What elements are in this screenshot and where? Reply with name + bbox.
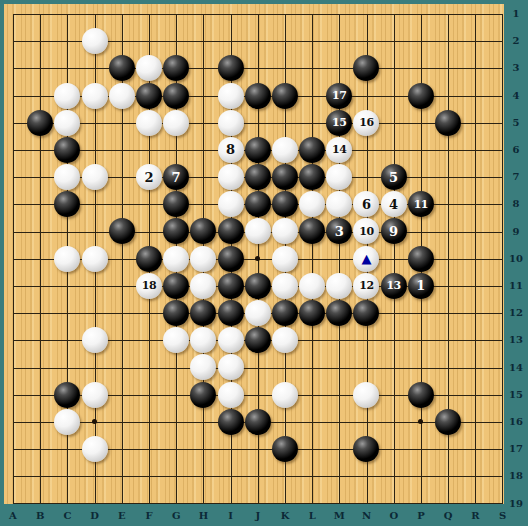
white-stone[interactable] — [163, 110, 189, 136]
black-stone[interactable]: 13 — [381, 273, 407, 299]
move-number-label: 8 — [226, 143, 235, 156]
black-stone[interactable] — [54, 382, 80, 408]
white-stone[interactable]: 16 — [353, 110, 379, 136]
move-number-label: 4 — [389, 198, 398, 211]
black-stone[interactable] — [163, 191, 189, 217]
white-stone[interactable]: 14 — [326, 137, 352, 163]
move-number-label: 11 — [414, 199, 428, 210]
black-stone[interactable] — [353, 300, 379, 326]
move-number-label: 17 — [332, 90, 346, 101]
black-stone[interactable]: 9 — [381, 218, 407, 244]
white-stone[interactable] — [245, 218, 271, 244]
black-stone[interactable] — [136, 83, 162, 109]
triangle-marker: ▲ — [361, 252, 371, 265]
black-stone[interactable] — [272, 300, 298, 326]
black-stone[interactable] — [435, 409, 461, 435]
black-stone[interactable] — [218, 273, 244, 299]
white-stone[interactable] — [218, 354, 244, 380]
white-stone[interactable]: 18 — [136, 273, 162, 299]
black-stone[interactable] — [163, 83, 189, 109]
black-stone[interactable] — [190, 218, 216, 244]
white-stone[interactable] — [218, 110, 244, 136]
black-stone[interactable] — [245, 409, 271, 435]
white-stone[interactable] — [54, 110, 80, 136]
black-stone[interactable] — [299, 137, 325, 163]
star-point — [418, 419, 423, 424]
white-stone[interactable] — [54, 246, 80, 272]
white-stone[interactable]: 12 — [353, 273, 379, 299]
move-number-label: 2 — [144, 171, 153, 184]
black-stone[interactable] — [353, 55, 379, 81]
move-number-label: 13 — [386, 280, 400, 291]
white-stone[interactable] — [218, 327, 244, 353]
white-stone[interactable]: 8 — [218, 137, 244, 163]
white-stone[interactable] — [136, 110, 162, 136]
move-number-label: 16 — [359, 117, 373, 128]
black-stone[interactable] — [435, 110, 461, 136]
black-stone[interactable] — [163, 218, 189, 244]
move-number-label: 18 — [142, 280, 156, 291]
white-stone[interactable] — [245, 300, 271, 326]
black-stone[interactable] — [245, 273, 271, 299]
black-stone[interactable] — [190, 382, 216, 408]
white-stone[interactable] — [163, 246, 189, 272]
black-stone[interactable] — [54, 137, 80, 163]
black-stone[interactable]: 17 — [326, 83, 352, 109]
white-stone[interactable] — [54, 83, 80, 109]
black-stone[interactable] — [299, 218, 325, 244]
black-stone[interactable] — [54, 191, 80, 217]
black-stone[interactable]: 3 — [326, 218, 352, 244]
black-stone[interactable] — [408, 246, 434, 272]
white-stone[interactable] — [272, 137, 298, 163]
white-stone[interactable] — [272, 246, 298, 272]
board-grid: 17151681427564113109▲1812131 — [0, 0, 516, 517]
white-stone[interactable] — [218, 191, 244, 217]
move-number-label: 6 — [362, 198, 371, 211]
move-number-label: 14 — [332, 144, 346, 155]
move-number-label: 5 — [389, 171, 398, 184]
move-number-label: 12 — [359, 280, 373, 291]
move-number-label: 1 — [416, 279, 425, 292]
black-stone[interactable] — [218, 218, 244, 244]
white-stone[interactable]: ▲ — [353, 246, 379, 272]
black-stone[interactable] — [109, 55, 135, 81]
move-number-label: 7 — [172, 171, 181, 184]
white-stone[interactable]: 10 — [353, 218, 379, 244]
move-number-label: 10 — [359, 226, 373, 237]
black-stone[interactable] — [163, 55, 189, 81]
black-stone[interactable] — [326, 300, 352, 326]
white-stone[interactable] — [326, 164, 352, 190]
white-stone[interactable] — [190, 354, 216, 380]
white-stone[interactable] — [54, 409, 80, 435]
star-point — [255, 256, 260, 261]
black-stone[interactable]: 1 — [408, 273, 434, 299]
black-stone[interactable] — [190, 300, 216, 326]
white-stone[interactable] — [82, 382, 108, 408]
black-stone[interactable]: 7 — [163, 164, 189, 190]
black-stone[interactable] — [218, 409, 244, 435]
black-stone[interactable] — [353, 436, 379, 462]
white-stone[interactable] — [82, 28, 108, 54]
white-stone[interactable] — [299, 273, 325, 299]
black-stone[interactable] — [299, 164, 325, 190]
black-stone[interactable] — [218, 300, 244, 326]
black-stone[interactable]: 5 — [381, 164, 407, 190]
white-stone[interactable] — [299, 191, 325, 217]
black-stone[interactable] — [136, 246, 162, 272]
black-stone[interactable] — [272, 436, 298, 462]
white-stone[interactable]: 4 — [381, 191, 407, 217]
white-stone[interactable] — [353, 382, 379, 408]
white-stone[interactable] — [190, 273, 216, 299]
black-stone[interactable] — [163, 300, 189, 326]
black-stone[interactable] — [245, 137, 271, 163]
black-stone[interactable] — [299, 300, 325, 326]
white-stone[interactable] — [82, 164, 108, 190]
black-stone[interactable] — [408, 382, 434, 408]
white-stone[interactable] — [272, 273, 298, 299]
star-point — [92, 419, 97, 424]
black-stone[interactable] — [245, 191, 271, 217]
move-number-label: 3 — [335, 225, 344, 238]
white-stone[interactable] — [190, 246, 216, 272]
white-stone[interactable] — [272, 382, 298, 408]
white-stone[interactable] — [82, 327, 108, 353]
black-stone[interactable]: 11 — [408, 191, 434, 217]
black-stone[interactable] — [218, 246, 244, 272]
move-number-label: 15 — [332, 117, 346, 128]
white-stone[interactable] — [82, 436, 108, 462]
black-stone[interactable] — [163, 273, 189, 299]
move-number-label: 9 — [389, 225, 398, 238]
white-stone[interactable] — [82, 83, 108, 109]
black-stone[interactable]: 15 — [326, 110, 352, 136]
black-stone[interactable] — [272, 83, 298, 109]
black-stone[interactable] — [245, 83, 271, 109]
black-stone[interactable] — [109, 218, 135, 244]
white-stone[interactable] — [218, 83, 244, 109]
white-stone[interactable] — [218, 382, 244, 408]
black-stone[interactable] — [245, 327, 271, 353]
white-stone[interactable] — [326, 191, 352, 217]
white-stone[interactable]: 6 — [353, 191, 379, 217]
black-stone[interactable] — [272, 164, 298, 190]
black-stone[interactable] — [408, 83, 434, 109]
white-stone[interactable] — [54, 164, 80, 190]
white-stone[interactable] — [326, 273, 352, 299]
black-stone[interactable] — [218, 55, 244, 81]
white-stone[interactable] — [218, 164, 244, 190]
black-stone[interactable] — [27, 110, 53, 136]
white-stone[interactable] — [272, 218, 298, 244]
go-board-app: 17151681427564113109▲1812131 12345678910… — [0, 0, 528, 526]
white-stone[interactable] — [163, 327, 189, 353]
white-stone[interactable] — [272, 327, 298, 353]
white-stone[interactable] — [82, 246, 108, 272]
black-stone[interactable] — [245, 164, 271, 190]
white-stone[interactable]: 2 — [136, 164, 162, 190]
white-stone[interactable] — [190, 327, 216, 353]
black-stone[interactable] — [272, 191, 298, 217]
white-stone[interactable] — [109, 83, 135, 109]
white-stone[interactable] — [136, 55, 162, 81]
